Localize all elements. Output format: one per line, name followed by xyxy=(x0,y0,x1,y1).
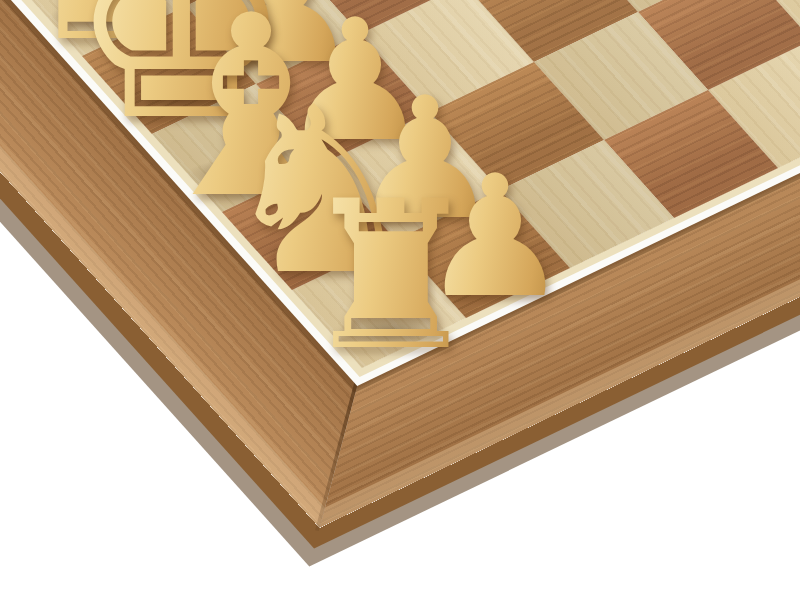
board-frame xyxy=(0,0,800,528)
chess-set-photo: ♛♚♝♞♜♟♟♟♟ xyxy=(0,0,800,600)
